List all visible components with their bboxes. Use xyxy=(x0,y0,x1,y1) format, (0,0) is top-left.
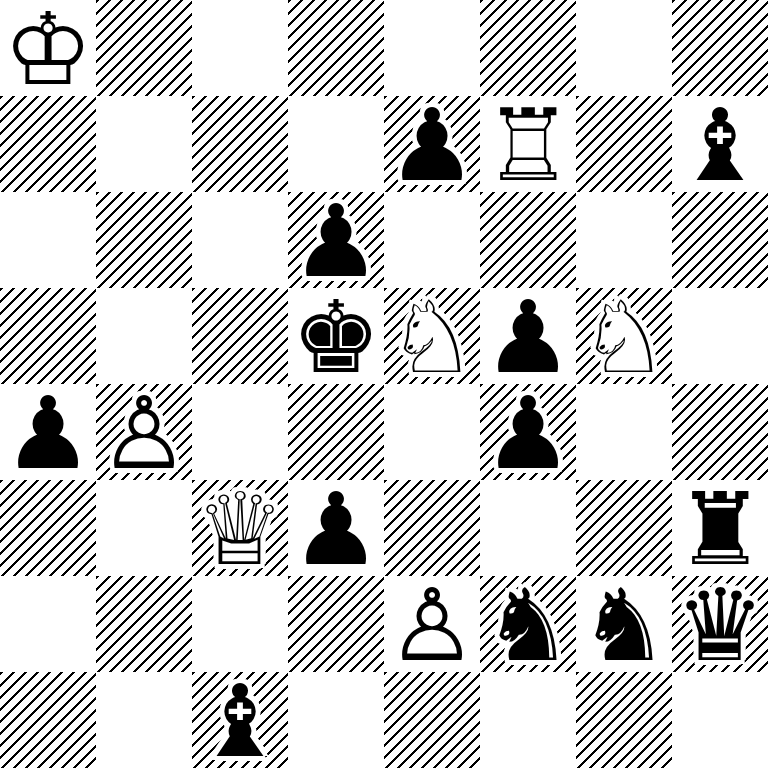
black-knight[interactable]: ♞♞ xyxy=(480,576,576,672)
square-f5[interactable]: ♟♟ xyxy=(480,288,576,384)
white-rook-glyph: ♖ xyxy=(480,98,576,194)
square-h1[interactable] xyxy=(672,672,768,768)
black-knight-glyph: ♞ xyxy=(576,578,672,674)
white-queen[interactable]: ♛♕ xyxy=(192,480,288,576)
black-knight-glyph: ♞ xyxy=(480,578,576,674)
square-e8[interactable] xyxy=(384,0,480,96)
square-e3[interactable] xyxy=(384,480,480,576)
square-d3[interactable]: ♟♟ xyxy=(288,480,384,576)
square-c5[interactable] xyxy=(192,288,288,384)
square-h4[interactable] xyxy=(672,384,768,480)
square-f4[interactable]: ♟♟ xyxy=(480,384,576,480)
square-f6[interactable] xyxy=(480,192,576,288)
square-a1[interactable] xyxy=(0,672,96,768)
square-a3[interactable] xyxy=(0,480,96,576)
black-pawn[interactable]: ♟♟ xyxy=(0,384,96,480)
square-e4[interactable] xyxy=(384,384,480,480)
square-f8[interactable] xyxy=(480,0,576,96)
black-pawn[interactable]: ♟♟ xyxy=(480,288,576,384)
square-g7[interactable] xyxy=(576,96,672,192)
black-pawn-glyph: ♟ xyxy=(288,194,384,290)
square-e5[interactable]: ♞♘ xyxy=(384,288,480,384)
square-c2[interactable] xyxy=(192,576,288,672)
square-b8[interactable] xyxy=(96,0,192,96)
square-d5[interactable]: ♚♚ xyxy=(288,288,384,384)
black-queen-glyph: ♛ xyxy=(672,578,768,674)
square-h2[interactable]: ♛♛ xyxy=(672,576,768,672)
white-knight[interactable]: ♞♘ xyxy=(576,288,672,384)
square-g1[interactable] xyxy=(576,672,672,768)
square-a6[interactable] xyxy=(0,192,96,288)
white-king[interactable]: ♚♔ xyxy=(0,0,96,96)
square-c1[interactable]: ♝♝ xyxy=(192,672,288,768)
square-g8[interactable] xyxy=(576,0,672,96)
white-pawn-glyph: ♙ xyxy=(384,578,480,674)
square-f3[interactable] xyxy=(480,480,576,576)
square-e6[interactable] xyxy=(384,192,480,288)
white-knight-glyph: ♘ xyxy=(576,290,672,386)
square-h7[interactable]: ♝♝ xyxy=(672,96,768,192)
square-c4[interactable] xyxy=(192,384,288,480)
white-queen-glyph: ♕ xyxy=(192,482,288,578)
black-pawn-glyph: ♟ xyxy=(480,290,576,386)
square-h5[interactable] xyxy=(672,288,768,384)
square-b1[interactable] xyxy=(96,672,192,768)
black-pawn[interactable]: ♟♟ xyxy=(288,192,384,288)
black-bishop-glyph: ♝ xyxy=(672,98,768,194)
black-pawn-glyph: ♟ xyxy=(288,482,384,578)
square-a2[interactable] xyxy=(0,576,96,672)
square-h3[interactable]: ♜♜ xyxy=(672,480,768,576)
square-e1[interactable] xyxy=(384,672,480,768)
square-g4[interactable] xyxy=(576,384,672,480)
square-a5[interactable] xyxy=(0,288,96,384)
square-a4[interactable]: ♟♟ xyxy=(0,384,96,480)
square-g5[interactable]: ♞♘ xyxy=(576,288,672,384)
white-rook[interactable]: ♜♖ xyxy=(480,96,576,192)
square-g6[interactable] xyxy=(576,192,672,288)
black-pawn[interactable]: ♟♟ xyxy=(480,384,576,480)
white-king-glyph: ♔ xyxy=(0,2,96,98)
square-g2[interactable]: ♞♞ xyxy=(576,576,672,672)
square-h6[interactable] xyxy=(672,192,768,288)
black-queen[interactable]: ♛♛ xyxy=(672,576,768,672)
square-d4[interactable] xyxy=(288,384,384,480)
black-pawn-glyph: ♟ xyxy=(480,386,576,482)
black-rook-glyph: ♜ xyxy=(672,482,768,578)
square-f2[interactable]: ♞♞ xyxy=(480,576,576,672)
square-h8[interactable] xyxy=(672,0,768,96)
black-bishop-glyph: ♝ xyxy=(192,674,288,768)
square-d2[interactable] xyxy=(288,576,384,672)
white-pawn[interactable]: ♟♙ xyxy=(384,576,480,672)
white-knight-glyph: ♘ xyxy=(384,290,480,386)
square-d7[interactable] xyxy=(288,96,384,192)
square-b3[interactable] xyxy=(96,480,192,576)
square-b7[interactable] xyxy=(96,96,192,192)
square-e7[interactable]: ♟♟ xyxy=(384,96,480,192)
square-f7[interactable]: ♜♖ xyxy=(480,96,576,192)
chess-board: ♚♔♟♟♜♖♝♝♟♟♚♚♞♘♟♟♞♘♟♟♟♙♟♟♛♕♟♟♜♜♟♙♞♞♞♞♛♛♝♝ xyxy=(0,0,768,768)
black-king-glyph: ♚ xyxy=(288,290,384,386)
white-pawn[interactable]: ♟♙ xyxy=(96,384,192,480)
black-pawn[interactable]: ♟♟ xyxy=(288,480,384,576)
black-bishop[interactable]: ♝♝ xyxy=(672,96,768,192)
square-d1[interactable] xyxy=(288,672,384,768)
square-b6[interactable] xyxy=(96,192,192,288)
white-pawn-glyph: ♙ xyxy=(96,386,192,482)
square-c6[interactable] xyxy=(192,192,288,288)
square-g3[interactable] xyxy=(576,480,672,576)
square-b2[interactable] xyxy=(96,576,192,672)
square-f1[interactable] xyxy=(480,672,576,768)
square-e2[interactable]: ♟♙ xyxy=(384,576,480,672)
square-b4[interactable]: ♟♙ xyxy=(96,384,192,480)
black-pawn-glyph: ♟ xyxy=(0,386,96,482)
square-a7[interactable] xyxy=(0,96,96,192)
square-c3[interactable]: ♛♕ xyxy=(192,480,288,576)
square-d8[interactable] xyxy=(288,0,384,96)
black-bishop[interactable]: ♝♝ xyxy=(192,672,288,768)
black-king[interactable]: ♚♚ xyxy=(288,288,384,384)
square-d6[interactable]: ♟♟ xyxy=(288,192,384,288)
black-rook[interactable]: ♜♜ xyxy=(672,480,768,576)
black-knight[interactable]: ♞♞ xyxy=(576,576,672,672)
white-knight[interactable]: ♞♘ xyxy=(384,288,480,384)
square-b5[interactable] xyxy=(96,288,192,384)
square-c7[interactable] xyxy=(192,96,288,192)
black-pawn[interactable]: ♟♟ xyxy=(384,96,480,192)
square-a8[interactable]: ♚♔ xyxy=(0,0,96,96)
black-pawn-glyph: ♟ xyxy=(384,98,480,194)
square-c8[interactable] xyxy=(192,0,288,96)
